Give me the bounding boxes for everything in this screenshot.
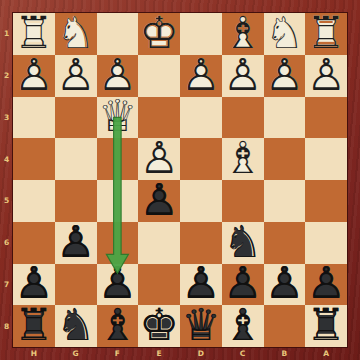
square-c8[interactable]: ♝♗	[222, 305, 264, 347]
black-knight-outline: ♘	[222, 221, 264, 263]
rank-label-7: 7	[0, 264, 13, 306]
black-pawn-outline: ♙	[97, 263, 139, 305]
white-knight-outline: ♘	[55, 12, 97, 54]
black-queen-outline: ♕	[180, 304, 222, 346]
rank-label-4: 4	[0, 138, 13, 180]
white-pawn-outline: ♙	[264, 54, 306, 96]
black-pawn-glyph: ♟	[222, 263, 264, 305]
white-pawn-glyph: ♟	[13, 54, 55, 96]
black-bishop-glyph: ♝	[222, 304, 264, 346]
square-g7[interactable]	[55, 264, 97, 306]
rank-label-8: 8	[0, 305, 13, 347]
square-h1[interactable]: ♜♖	[13, 13, 55, 55]
square-a6[interactable]	[305, 222, 347, 264]
white-pawn-outline: ♙	[138, 137, 180, 179]
square-b2[interactable]: ♟♙	[264, 55, 306, 97]
square-g3[interactable]	[55, 97, 97, 139]
black-bishop-c8[interactable]: ♝♗	[222, 305, 264, 347]
file-label-h: H	[13, 347, 55, 360]
black-pawn-outline: ♙	[305, 263, 347, 305]
black-pawn-outline: ♙	[222, 263, 264, 305]
square-h7[interactable]: ♟♙	[13, 264, 55, 306]
black-pawn-e5[interactable]: ♟♙	[138, 180, 180, 222]
file-label-b: B	[264, 347, 306, 360]
white-rook-outline: ♖	[305, 12, 347, 54]
square-a2[interactable]: ♟♙	[305, 55, 347, 97]
square-e6[interactable]	[138, 222, 180, 264]
square-f8[interactable]: ♝♗	[97, 305, 139, 347]
white-king-outline: ♔	[138, 12, 180, 54]
black-knight-g8[interactable]: ♞♘	[55, 305, 97, 347]
black-pawn-h7[interactable]: ♟♙	[13, 264, 55, 306]
rank-labels: 12345678	[0, 13, 13, 347]
black-pawn-glyph: ♟	[97, 263, 139, 305]
square-h2[interactable]: ♟♙	[13, 55, 55, 97]
white-bishop-outline: ♗	[222, 137, 264, 179]
square-a8[interactable]: ♜♖	[305, 305, 347, 347]
square-c7[interactable]: ♟♙	[222, 264, 264, 306]
white-pawn-outline: ♙	[55, 54, 97, 96]
black-pawn-a7[interactable]: ♟♙	[305, 264, 347, 306]
black-pawn-outline: ♙	[180, 263, 222, 305]
white-pawn-glyph: ♟	[97, 54, 139, 96]
white-pawn-c2[interactable]: ♟♙	[222, 55, 264, 97]
square-a3[interactable]	[305, 97, 347, 139]
white-bishop-glyph: ♝	[222, 12, 264, 54]
square-c6[interactable]: ♞♘	[222, 222, 264, 264]
black-king-outline: ♔	[138, 304, 180, 346]
square-e4[interactable]: ♟♙	[138, 138, 180, 180]
black-queen-glyph: ♛	[180, 304, 222, 346]
file-label-d: D	[180, 347, 222, 360]
white-bishop-c4[interactable]: ♝♗	[222, 138, 264, 180]
file-labels: HGFEDCBA	[13, 347, 347, 360]
square-b5[interactable]	[264, 180, 306, 222]
square-f1[interactable]	[97, 13, 139, 55]
black-pawn-glyph: ♟	[180, 263, 222, 305]
black-king-glyph: ♚	[138, 304, 180, 346]
white-knight-b1[interactable]: ♞♘	[264, 13, 306, 55]
square-c1[interactable]: ♝♗	[222, 13, 264, 55]
white-pawn-outline: ♙	[97, 54, 139, 96]
chess-board-frame: 12345678 HGFEDCBA ♜♖♞♘♚♔♝♗♞♘♜♖♟♙♟♙♟♙♟♙♟♙…	[0, 0, 360, 360]
square-g1[interactable]: ♞♘	[55, 13, 97, 55]
white-pawn-f2[interactable]: ♟♙	[97, 55, 139, 97]
black-pawn-glyph: ♟	[13, 263, 55, 305]
black-pawn-outline: ♙	[138, 179, 180, 221]
square-f2[interactable]: ♟♙	[97, 55, 139, 97]
white-knight-glyph: ♞	[264, 12, 306, 54]
white-pawn-glyph: ♟	[180, 54, 222, 96]
white-king-e1[interactable]: ♚♔	[138, 13, 180, 55]
white-pawn-glyph: ♟	[138, 137, 180, 179]
square-f5[interactable]	[97, 180, 139, 222]
white-pawn-b2[interactable]: ♟♙	[264, 55, 306, 97]
white-queen-outline: ♕	[97, 96, 139, 138]
file-label-g: G	[55, 347, 97, 360]
square-c4[interactable]: ♝♗	[222, 138, 264, 180]
white-pawn-h2[interactable]: ♟♙	[13, 55, 55, 97]
square-c3[interactable]	[222, 97, 264, 139]
black-pawn-outline: ♙	[13, 263, 55, 305]
black-knight-outline: ♘	[55, 304, 97, 346]
black-pawn-glyph: ♟	[264, 263, 306, 305]
file-label-a: A	[305, 347, 347, 360]
black-rook-outline: ♖	[305, 304, 347, 346]
square-f4[interactable]	[97, 138, 139, 180]
white-pawn-outline: ♙	[13, 54, 55, 96]
rank-label-3: 3	[0, 97, 13, 139]
white-king-glyph: ♚	[138, 12, 180, 54]
square-e2[interactable]	[138, 55, 180, 97]
white-bishop-outline: ♗	[222, 12, 264, 54]
white-bishop-c1[interactable]: ♝♗	[222, 13, 264, 55]
square-c5[interactable]	[222, 180, 264, 222]
square-a7[interactable]: ♟♙	[305, 264, 347, 306]
white-rook-a1[interactable]: ♜♖	[305, 13, 347, 55]
square-d2[interactable]: ♟♙	[180, 55, 222, 97]
file-label-e: E	[138, 347, 180, 360]
square-b4[interactable]	[264, 138, 306, 180]
white-knight-g1[interactable]: ♞♘	[55, 13, 97, 55]
rank-label-1: 1	[0, 13, 13, 55]
black-king-e8[interactable]: ♚♔	[138, 305, 180, 347]
square-h6[interactable]	[13, 222, 55, 264]
black-pawn-f7[interactable]: ♟♙	[97, 264, 139, 306]
square-d1[interactable]	[180, 13, 222, 55]
white-knight-glyph: ♞	[55, 12, 97, 54]
square-h3[interactable]	[13, 97, 55, 139]
square-e7[interactable]	[138, 264, 180, 306]
black-pawn-g6[interactable]: ♟♙	[55, 222, 97, 264]
white-bishop-glyph: ♝	[222, 137, 264, 179]
square-f3[interactable]: ♛♕	[97, 97, 139, 139]
square-b8[interactable]	[264, 305, 306, 347]
black-rook-outline: ♖	[13, 304, 55, 346]
black-rook-glyph: ♜	[13, 304, 55, 346]
white-rook-outline: ♖	[13, 12, 55, 54]
black-pawn-b7[interactable]: ♟♙	[264, 264, 306, 306]
square-e3[interactable]	[138, 97, 180, 139]
black-pawn-c7[interactable]: ♟♙	[222, 264, 264, 306]
black-rook-a8[interactable]: ♜♖	[305, 305, 347, 347]
black-knight-glyph: ♞	[222, 221, 264, 263]
black-knight-glyph: ♞	[55, 304, 97, 346]
white-pawn-d2[interactable]: ♟♙	[180, 55, 222, 97]
chess-board[interactable]: ♜♖♞♘♚♔♝♗♞♘♜♖♟♙♟♙♟♙♟♙♟♙♟♙♟♙♛♕♟♙♝♗♟♙♟♙♞♘♟♙…	[13, 13, 347, 347]
black-pawn-outline: ♙	[55, 221, 97, 263]
square-g8[interactable]: ♞♘	[55, 305, 97, 347]
black-pawn-glyph: ♟	[138, 179, 180, 221]
white-rook-glyph: ♜	[13, 12, 55, 54]
white-pawn-g2[interactable]: ♟♙	[55, 55, 97, 97]
square-f7[interactable]: ♟♙	[97, 264, 139, 306]
black-rook-glyph: ♜	[305, 304, 347, 346]
white-queen-glyph: ♛	[97, 96, 139, 138]
square-e8[interactable]: ♚♔	[138, 305, 180, 347]
square-a5[interactable]	[305, 180, 347, 222]
white-pawn-outline: ♙	[180, 54, 222, 96]
square-g4[interactable]	[55, 138, 97, 180]
square-b6[interactable]	[264, 222, 306, 264]
white-knight-outline: ♘	[264, 12, 306, 54]
white-rook-h1[interactable]: ♜♖	[13, 13, 55, 55]
rank-label-5: 5	[0, 180, 13, 222]
black-pawn-d7[interactable]: ♟♙	[180, 264, 222, 306]
square-g6[interactable]: ♟♙	[55, 222, 97, 264]
white-pawn-a2[interactable]: ♟♙	[305, 55, 347, 97]
square-h4[interactable]	[13, 138, 55, 180]
white-pawn-e4[interactable]: ♟♙	[138, 138, 180, 180]
black-rook-h8[interactable]: ♜♖	[13, 305, 55, 347]
square-d7[interactable]: ♟♙	[180, 264, 222, 306]
square-f6[interactable]	[97, 222, 139, 264]
square-h5[interactable]	[13, 180, 55, 222]
white-pawn-outline: ♙	[222, 54, 264, 96]
square-e1[interactable]: ♚♔	[138, 13, 180, 55]
white-pawn-glyph: ♟	[264, 54, 306, 96]
square-a1[interactable]: ♜♖	[305, 13, 347, 55]
square-b7[interactable]: ♟♙	[264, 264, 306, 306]
black-bishop-outline: ♗	[97, 304, 139, 346]
black-pawn-outline: ♙	[264, 263, 306, 305]
black-bishop-f8[interactable]: ♝♗	[97, 305, 139, 347]
white-pawn-glyph: ♟	[305, 54, 347, 96]
black-queen-d8[interactable]: ♛♕	[180, 305, 222, 347]
white-pawn-glyph: ♟	[222, 54, 264, 96]
rank-label-2: 2	[0, 55, 13, 97]
square-d4[interactable]	[180, 138, 222, 180]
square-b1[interactable]: ♞♘	[264, 13, 306, 55]
white-pawn-glyph: ♟	[55, 54, 97, 96]
black-pawn-glyph: ♟	[305, 263, 347, 305]
square-d6[interactable]	[180, 222, 222, 264]
square-h8[interactable]: ♜♖	[13, 305, 55, 347]
white-rook-glyph: ♜	[305, 12, 347, 54]
black-pawn-glyph: ♟	[55, 221, 97, 263]
black-bishop-glyph: ♝	[97, 304, 139, 346]
file-label-f: F	[97, 347, 139, 360]
square-e5[interactable]: ♟♙	[138, 180, 180, 222]
square-b3[interactable]	[264, 97, 306, 139]
square-d3[interactable]	[180, 97, 222, 139]
square-g5[interactable]	[55, 180, 97, 222]
white-queen-f3[interactable]: ♛♕	[97, 97, 139, 139]
square-g2[interactable]: ♟♙	[55, 55, 97, 97]
square-d8[interactable]: ♛♕	[180, 305, 222, 347]
square-c2[interactable]: ♟♙	[222, 55, 264, 97]
black-knight-c6[interactable]: ♞♘	[222, 222, 264, 264]
black-bishop-outline: ♗	[222, 304, 264, 346]
rank-label-6: 6	[0, 222, 13, 264]
file-label-c: C	[222, 347, 264, 360]
white-pawn-outline: ♙	[305, 54, 347, 96]
square-a4[interactable]	[305, 138, 347, 180]
square-d5[interactable]	[180, 180, 222, 222]
